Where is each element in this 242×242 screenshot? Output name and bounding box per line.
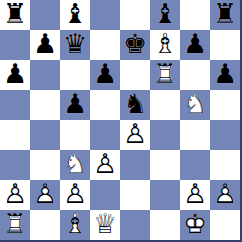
square-a1[interactable]: ♜♖ (0, 210, 30, 240)
square-f4[interactable] (150, 120, 180, 150)
square-g7[interactable]: ♟ (180, 30, 210, 60)
black-pawn-glyph: ♟ (63, 90, 87, 117)
white-queen-outline-glyph: ♕ (93, 210, 117, 237)
white-rook-outline-glyph: ♖ (153, 60, 177, 87)
piece-black-pawn[interactable]: ♟ (180, 30, 210, 60)
white-bishop-outline-glyph: ♗ (153, 30, 177, 57)
piece-white-pawn[interactable]: ♟♙ (30, 180, 60, 210)
piece-black-rook[interactable]: ♜ (210, 0, 240, 30)
piece-black-bishop[interactable]: ♝ (150, 0, 180, 30)
square-a3[interactable] (0, 150, 30, 180)
square-b7[interactable]: ♟ (30, 30, 60, 60)
piece-white-knight[interactable]: ♞♘ (180, 90, 210, 120)
square-g8[interactable] (180, 0, 210, 30)
black-knight-glyph: ♞ (123, 90, 147, 117)
piece-black-pawn[interactable]: ♟ (30, 30, 60, 60)
piece-black-pawn[interactable]: ♟ (0, 60, 30, 90)
square-b4[interactable] (30, 120, 60, 150)
white-knight-outline-glyph: ♘ (183, 90, 207, 117)
square-a5[interactable] (0, 90, 30, 120)
square-b1[interactable] (30, 210, 60, 240)
square-h5[interactable] (210, 90, 240, 120)
square-d1[interactable]: ♛♕ (90, 210, 120, 240)
square-c2[interactable]: ♟♙ (60, 180, 90, 210)
square-e3[interactable] (120, 150, 150, 180)
piece-white-king[interactable]: ♚♔ (180, 210, 210, 240)
square-e1[interactable] (120, 210, 150, 240)
piece-black-pawn[interactable]: ♟ (60, 90, 90, 120)
white-pawn-outline-glyph: ♙ (3, 180, 27, 207)
white-rook-outline-glyph: ♖ (3, 210, 27, 237)
square-c1[interactable]: ♝♗ (60, 210, 90, 240)
piece-black-pawn[interactable]: ♟ (210, 60, 240, 90)
square-f3[interactable] (150, 150, 180, 180)
white-bishop-outline-glyph: ♗ (63, 210, 87, 237)
square-g3[interactable] (180, 150, 210, 180)
square-a8[interactable]: ♜ (0, 0, 30, 30)
square-h8[interactable]: ♜ (210, 0, 240, 30)
square-h4[interactable] (210, 120, 240, 150)
square-c4[interactable] (60, 120, 90, 150)
square-g2[interactable]: ♟♙ (180, 180, 210, 210)
square-b2[interactable]: ♟♙ (30, 180, 60, 210)
black-king-glyph: ♚ (123, 30, 147, 57)
square-b6[interactable] (30, 60, 60, 90)
square-d5[interactable] (90, 90, 120, 120)
black-bishop-glyph: ♝ (153, 0, 177, 27)
black-rook-glyph: ♜ (213, 0, 237, 27)
square-e8[interactable] (120, 0, 150, 30)
black-pawn-glyph: ♟ (3, 60, 27, 87)
square-d6[interactable]: ♟ (90, 60, 120, 90)
square-f1[interactable] (150, 210, 180, 240)
white-king-outline-glyph: ♔ (183, 210, 207, 237)
piece-black-rook[interactable]: ♜ (0, 0, 30, 30)
square-h7[interactable] (210, 30, 240, 60)
square-c3[interactable]: ♞♘ (60, 150, 90, 180)
square-h2[interactable]: ♟♙ (210, 180, 240, 210)
square-b3[interactable] (30, 150, 60, 180)
black-queen-glyph: ♛ (63, 30, 87, 57)
square-b8[interactable] (30, 0, 60, 30)
square-a6[interactable]: ♟ (0, 60, 30, 90)
square-f5[interactable] (150, 90, 180, 120)
white-pawn-outline-glyph: ♙ (183, 180, 207, 207)
square-d4[interactable] (90, 120, 120, 150)
square-c7[interactable]: ♛ (60, 30, 90, 60)
chess-board: ♜♝♝♜♟♛♚♝♗♟♟♟♜♖♟♟♞♞♘♟♙♞♘♟♙♟♙♟♙♟♙♟♙♟♙♜♖♝♗♛… (0, 0, 242, 242)
black-rook-glyph: ♜ (3, 0, 27, 27)
square-h3[interactable] (210, 150, 240, 180)
square-d7[interactable] (90, 30, 120, 60)
piece-white-pawn[interactable]: ♟♙ (90, 150, 120, 180)
square-e6[interactable] (120, 60, 150, 90)
square-a4[interactable] (0, 120, 30, 150)
black-pawn-glyph: ♟ (33, 30, 57, 57)
square-d2[interactable] (90, 180, 120, 210)
white-pawn-outline-glyph: ♙ (213, 180, 237, 207)
white-knight-outline-glyph: ♘ (63, 150, 87, 177)
square-g4[interactable] (180, 120, 210, 150)
white-pawn-outline-glyph: ♙ (33, 180, 57, 207)
square-h6[interactable]: ♟ (210, 60, 240, 90)
square-c6[interactable] (60, 60, 90, 90)
piece-white-pawn[interactable]: ♟♙ (60, 180, 90, 210)
square-h1[interactable] (210, 210, 240, 240)
square-d3[interactable]: ♟♙ (90, 150, 120, 180)
white-pawn-outline-glyph: ♙ (93, 150, 117, 177)
piece-black-king[interactable]: ♚ (120, 30, 150, 60)
piece-white-rook[interactable]: ♜♖ (150, 60, 180, 90)
piece-white-pawn[interactable]: ♟♙ (210, 180, 240, 210)
black-bishop-glyph: ♝ (63, 0, 87, 27)
square-e4[interactable]: ♟♙ (120, 120, 150, 150)
piece-black-knight[interactable]: ♞ (120, 90, 150, 120)
square-e2[interactable] (120, 180, 150, 210)
piece-white-knight[interactable]: ♞♘ (60, 150, 90, 180)
piece-white-pawn[interactable]: ♟♙ (0, 180, 30, 210)
square-f8[interactable]: ♝ (150, 0, 180, 30)
square-f7[interactable]: ♝♗ (150, 30, 180, 60)
piece-white-rook[interactable]: ♜♖ (0, 210, 30, 240)
piece-black-queen[interactable]: ♛ (60, 30, 90, 60)
square-d8[interactable] (90, 0, 120, 30)
square-e7[interactable]: ♚ (120, 30, 150, 60)
square-g6[interactable] (180, 60, 210, 90)
square-e5[interactable]: ♞ (120, 90, 150, 120)
square-f6[interactable]: ♜♖ (150, 60, 180, 90)
square-a2[interactable]: ♟♙ (0, 180, 30, 210)
piece-white-bishop[interactable]: ♝♗ (60, 210, 90, 240)
square-f2[interactable] (150, 180, 180, 210)
black-pawn-glyph: ♟ (183, 30, 207, 57)
piece-black-bishop[interactable]: ♝ (60, 0, 90, 30)
square-b5[interactable] (30, 90, 60, 120)
piece-white-pawn[interactable]: ♟♙ (180, 180, 210, 210)
square-c5[interactable]: ♟ (60, 90, 90, 120)
square-g1[interactable]: ♚♔ (180, 210, 210, 240)
piece-white-queen[interactable]: ♛♕ (90, 210, 120, 240)
white-pawn-outline-glyph: ♙ (123, 120, 147, 147)
white-pawn-outline-glyph: ♙ (63, 180, 87, 207)
piece-white-bishop[interactable]: ♝♗ (150, 30, 180, 60)
piece-black-pawn[interactable]: ♟ (90, 60, 120, 90)
piece-white-pawn[interactable]: ♟♙ (120, 120, 150, 150)
black-pawn-glyph: ♟ (213, 60, 237, 87)
black-pawn-glyph: ♟ (93, 60, 117, 87)
square-g5[interactable]: ♞♘ (180, 90, 210, 120)
square-c8[interactable]: ♝ (60, 0, 90, 30)
square-a7[interactable] (0, 30, 30, 60)
